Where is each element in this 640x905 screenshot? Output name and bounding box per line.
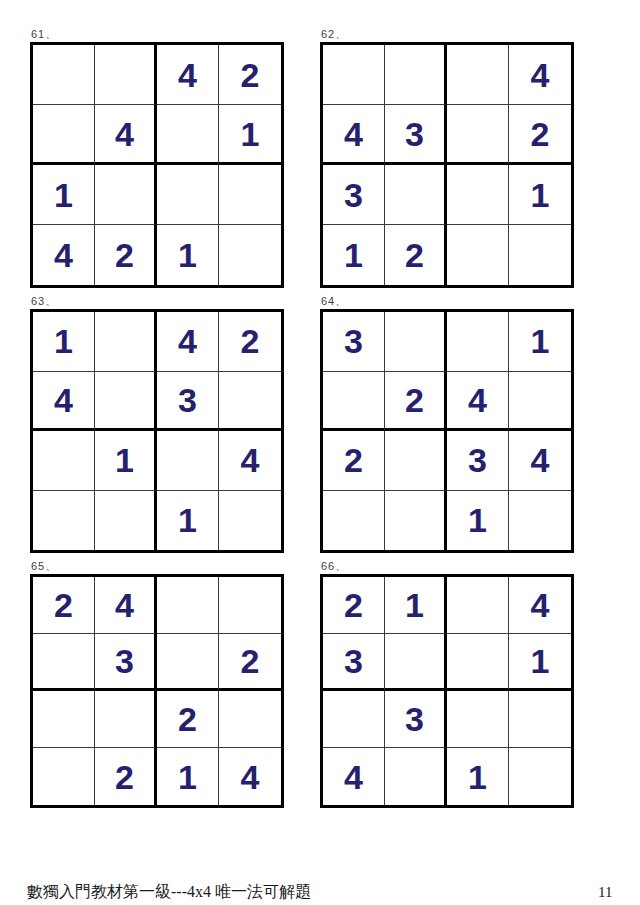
cell-r3c0: 1 (323, 225, 385, 285)
cell-r1c1: 3 (95, 634, 157, 691)
cell-r2c0: 3 (323, 165, 385, 225)
cell-r0c1: 4 (95, 577, 157, 634)
cell-r0c0: 1 (33, 312, 95, 372)
cell-r2c0 (33, 431, 95, 491)
cell-r1c0 (33, 634, 95, 691)
cell-r0c0: 2 (323, 577, 385, 634)
puzzle-block-63: 63、 14243141 (30, 295, 284, 553)
cell-r1c1 (385, 634, 447, 691)
cell-r1c3: 1 (509, 634, 571, 691)
puzzle-number-label-66: 66、 (321, 560, 574, 573)
cell-r0c3: 2 (219, 45, 281, 105)
cell-r1c3: 2 (509, 105, 571, 165)
cell-r3c1: 2 (385, 225, 447, 285)
cell-r0c1 (385, 45, 447, 105)
cell-r2c3 (219, 165, 281, 225)
sudoku-board-62: 44323112 (320, 42, 574, 288)
cell-r3c1 (385, 491, 447, 551)
cell-r3c2: 1 (447, 491, 509, 551)
cell-r0c0 (33, 45, 95, 105)
puzzle-number-label-62: 62、 (321, 28, 574, 41)
puzzle-block-64: 64、 31242341 (320, 295, 574, 553)
cell-r1c1 (95, 372, 157, 432)
puzzle-block-65: 65、 24322214 (30, 560, 284, 808)
cell-r2c2 (447, 691, 509, 748)
cell-r0c2: 4 (157, 45, 219, 105)
cell-r1c0 (323, 372, 385, 432)
cell-r3c3 (509, 748, 571, 805)
cell-r2c0: 1 (33, 165, 95, 225)
cell-r1c2 (447, 105, 509, 165)
cell-r0c2 (157, 577, 219, 634)
cell-r1c3: 2 (219, 634, 281, 691)
cell-r3c1: 2 (95, 748, 157, 805)
cell-r2c3: 4 (509, 431, 571, 491)
cell-r0c1 (385, 312, 447, 372)
cell-r3c2: 1 (157, 491, 219, 551)
cell-r2c2 (157, 165, 219, 225)
cell-r0c1 (95, 45, 157, 105)
cell-r3c0 (323, 491, 385, 551)
cell-r3c1 (385, 748, 447, 805)
cell-r0c3: 4 (509, 45, 571, 105)
puzzle-number-label-63: 63、 (31, 295, 284, 308)
cell-r3c2: 1 (157, 748, 219, 805)
cell-r3c2 (447, 225, 509, 285)
sudoku-board-65: 24322214 (30, 574, 284, 808)
cell-r3c3 (219, 491, 281, 551)
cell-r2c2: 3 (447, 431, 509, 491)
cell-r2c1 (95, 691, 157, 748)
cell-r0c2 (447, 577, 509, 634)
puzzle-block-62: 62、 44323112 (320, 28, 574, 288)
cell-r2c3 (509, 691, 571, 748)
cell-r1c0 (33, 105, 95, 165)
cell-r2c2 (447, 165, 509, 225)
cell-r0c2: 4 (157, 312, 219, 372)
cell-r1c0: 3 (323, 634, 385, 691)
puzzle-block-66: 66、 21431341 (320, 560, 574, 808)
cell-r2c0 (323, 691, 385, 748)
cell-r3c0 (33, 491, 95, 551)
cell-r3c3 (509, 491, 571, 551)
cell-r1c2 (447, 634, 509, 691)
cell-r0c3: 4 (509, 577, 571, 634)
cell-r2c3: 4 (219, 431, 281, 491)
puzzle-number-label-61: 61、 (31, 28, 284, 41)
puzzle-block-61: 61、 42411421 (30, 28, 284, 288)
cell-r3c3 (219, 225, 281, 285)
sudoku-board-61: 42411421 (30, 42, 284, 288)
cell-r3c0 (33, 748, 95, 805)
cell-r2c1 (385, 165, 447, 225)
cell-r1c0: 4 (323, 105, 385, 165)
cell-r2c3: 1 (509, 165, 571, 225)
cell-r1c1: 3 (385, 105, 447, 165)
cell-r1c3 (509, 372, 571, 432)
cell-r0c0: 3 (323, 312, 385, 372)
cell-r1c1: 4 (95, 105, 157, 165)
cell-r3c2: 1 (157, 225, 219, 285)
cell-r2c1 (95, 165, 157, 225)
cell-r3c2: 1 (447, 748, 509, 805)
cell-r2c2 (157, 431, 219, 491)
cell-r1c2: 4 (447, 372, 509, 432)
sudoku-board-64: 31242341 (320, 309, 574, 553)
sudoku-board-66: 21431341 (320, 574, 574, 808)
cell-r2c1: 1 (95, 431, 157, 491)
cell-r3c0: 4 (33, 225, 95, 285)
cell-r3c1 (95, 491, 157, 551)
cell-r1c2 (157, 634, 219, 691)
cell-r2c2: 2 (157, 691, 219, 748)
cell-r1c2: 3 (157, 372, 219, 432)
cell-r3c1: 2 (95, 225, 157, 285)
cell-r1c2 (157, 105, 219, 165)
cell-r2c1 (385, 431, 447, 491)
cell-r1c0: 4 (33, 372, 95, 432)
worksheet-page: 61、 42411421 62、 44323112 63、 14243141 6… (0, 0, 640, 905)
cell-r3c3 (509, 225, 571, 285)
cell-r2c1: 3 (385, 691, 447, 748)
page-number: 11 (598, 885, 612, 900)
cell-r0c2 (447, 45, 509, 105)
cell-r0c3: 1 (509, 312, 571, 372)
cell-r0c3 (219, 577, 281, 634)
cell-r2c0 (33, 691, 95, 748)
cell-r0c2 (447, 312, 509, 372)
cell-r1c3: 1 (219, 105, 281, 165)
cell-r2c3 (219, 691, 281, 748)
cell-r3c3: 4 (219, 748, 281, 805)
puzzle-number-label-65: 65、 (31, 560, 284, 573)
cell-r0c3: 2 (219, 312, 281, 372)
puzzle-number-label-64: 64、 (321, 295, 574, 308)
cell-r1c3 (219, 372, 281, 432)
cell-r2c0: 2 (323, 431, 385, 491)
cell-r0c0 (323, 45, 385, 105)
cell-r3c0: 4 (323, 748, 385, 805)
cell-r1c1: 2 (385, 372, 447, 432)
cell-r0c1 (95, 312, 157, 372)
cell-r0c0: 2 (33, 577, 95, 634)
cell-r0c1: 1 (385, 577, 447, 634)
footer-title: 數獨入門教材第一級---4x4 唯一法可解題 (27, 884, 311, 900)
sudoku-board-63: 14243141 (30, 309, 284, 553)
